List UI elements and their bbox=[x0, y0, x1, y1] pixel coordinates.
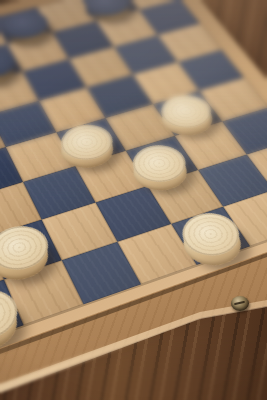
hinge-screw-icon bbox=[231, 296, 249, 311]
checkers-photo-scene bbox=[0, 0, 267, 400]
